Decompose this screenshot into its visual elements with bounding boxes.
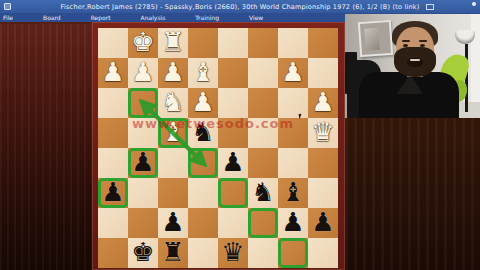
piece-white-p-f2[interactable]: ♟ (158, 58, 188, 88)
piece-black-p-g5[interactable]: ♟ (128, 148, 158, 178)
square-e5[interactable] (188, 148, 218, 178)
square-c6[interactable]: ♞ (248, 178, 278, 208)
eyebrow-right (419, 40, 427, 42)
menu-board[interactable]: Board (43, 14, 61, 21)
square-g5[interactable]: ♟ (128, 148, 158, 178)
piece-black-p-b7[interactable]: ♟ (278, 208, 308, 238)
wall-picture-frame (358, 20, 393, 57)
square-b5[interactable] (278, 148, 308, 178)
square-e1[interactable] (188, 28, 218, 58)
square-b1[interactable] (278, 28, 308, 58)
piece-white-b-e2[interactable]: ♝ (188, 58, 218, 88)
restore-window-button[interactable] (426, 4, 434, 10)
square-d2[interactable] (218, 58, 248, 88)
square-a5[interactable] (308, 148, 338, 178)
piece-black-p-f7[interactable]: ♟ (158, 208, 188, 238)
square-c4[interactable] (248, 118, 278, 148)
piece-black-p-a7[interactable]: ♟ (308, 208, 338, 238)
wood-background-left (0, 22, 92, 270)
piece-white-p-g2[interactable]: ♟ (128, 58, 158, 88)
webcam-video (345, 14, 480, 118)
highlight-g3 (128, 88, 158, 118)
square-b4[interactable] (278, 118, 308, 148)
picture-art (364, 28, 380, 51)
square-a4[interactable]: ♛ (308, 118, 338, 148)
square-e3[interactable]: ♟ (188, 88, 218, 118)
square-f2[interactable]: ♟ (158, 58, 188, 88)
square-g8[interactable]: ♚ (128, 238, 158, 268)
piece-black-r-f8[interactable]: ♜ (158, 238, 188, 268)
square-g3[interactable] (128, 88, 158, 118)
piece-white-p-h2[interactable]: ♟ (98, 58, 128, 88)
square-h4[interactable] (98, 118, 128, 148)
square-h6[interactable]: ♟ (98, 178, 128, 208)
app-icon (4, 3, 11, 10)
square-b3[interactable] (278, 88, 308, 118)
square-f1[interactable]: ♜ (158, 28, 188, 58)
screenshot-root: Fischer,Robert James (2785) - Spassky,Bo… (0, 0, 480, 270)
piece-black-k-g8[interactable]: ♚ (128, 238, 158, 268)
square-f7[interactable]: ♟ (158, 208, 188, 238)
square-d7[interactable] (218, 208, 248, 238)
menu-file[interactable]: File (3, 14, 13, 21)
radiator (457, 102, 480, 118)
piece-white-n-f3[interactable]: ♞ (158, 88, 188, 118)
square-a8[interactable] (308, 238, 338, 268)
bright-window (471, 14, 480, 110)
highlight-c7 (248, 208, 278, 238)
piece-black-n-c6[interactable]: ♞ (248, 178, 278, 208)
square-f6[interactable] (158, 178, 188, 208)
square-d3[interactable] (218, 88, 248, 118)
piece-white-b-f4[interactable]: ♝ (158, 118, 188, 148)
square-b2[interactable]: ♟ (278, 58, 308, 88)
streamer-teeth (410, 59, 420, 61)
square-c3[interactable] (248, 88, 278, 118)
square-e7[interactable] (188, 208, 218, 238)
square-b6[interactable]: ♝ (278, 178, 308, 208)
menu-view[interactable]: View (249, 14, 263, 21)
square-e4[interactable]: ♞ (188, 118, 218, 148)
piece-white-p-e3[interactable]: ♟ (188, 88, 218, 118)
square-a7[interactable]: ♟ (308, 208, 338, 238)
square-h7[interactable] (98, 208, 128, 238)
square-a2[interactable] (308, 58, 338, 88)
piece-black-q-d8[interactable]: ♛ (218, 238, 248, 268)
menu-training[interactable]: Training (195, 14, 219, 21)
menu-analysis[interactable]: Analysis (141, 14, 166, 21)
square-h1[interactable] (98, 28, 128, 58)
square-c7[interactable] (248, 208, 278, 238)
square-c8[interactable] (248, 238, 278, 268)
square-b7[interactable]: ♟ (278, 208, 308, 238)
square-f8[interactable]: ♜ (158, 238, 188, 268)
square-b8[interactable] (278, 238, 308, 268)
square-f3[interactable]: ♞ (158, 88, 188, 118)
window-title: Fischer,Robert James (2785) - Spassky,Bo… (61, 3, 420, 11)
close-window-button[interactable] (472, 2, 476, 6)
piece-white-p-b2[interactable]: ♟ (278, 58, 308, 88)
square-g7[interactable] (128, 208, 158, 238)
square-a6[interactable] (308, 178, 338, 208)
highlight-b8 (278, 238, 308, 268)
square-c2[interactable] (248, 58, 278, 88)
chess-board[interactable]: ♚♜♟♟♟♝♟♞♟♟♝♞♛♟♟♟♞♝♟♟♟♚♜♛ (98, 28, 338, 268)
square-g6[interactable] (128, 178, 158, 208)
square-c1[interactable] (248, 28, 278, 58)
square-h5[interactable] (98, 148, 128, 178)
piece-white-k-g1[interactable]: ♚ (128, 28, 158, 58)
board-frame: ♚♜♟♟♟♝♟♞♟♟♝♞♛♟♟♟♞♝♟♟♟♚♜♛ www.etwesodo.co… (92, 22, 345, 270)
square-f4[interactable]: ♝ (158, 118, 188, 148)
square-c5[interactable] (248, 148, 278, 178)
square-d5[interactable]: ♟ (218, 148, 248, 178)
piece-white-q-a4[interactable]: ♛ (308, 118, 338, 148)
highlight-d6 (218, 178, 248, 208)
piece-black-n-e4[interactable]: ♞ (188, 118, 218, 148)
square-g2[interactable]: ♟ (128, 58, 158, 88)
square-h8[interactable] (98, 238, 128, 268)
square-e2[interactable]: ♝ (188, 58, 218, 88)
piece-white-r-f1[interactable]: ♜ (158, 28, 188, 58)
title-bar: Fischer,Robert James (2785) - Spassky,Bo… (0, 0, 480, 13)
square-g4[interactable] (128, 118, 158, 148)
square-h3[interactable] (98, 88, 128, 118)
square-d1[interactable] (218, 28, 248, 58)
square-h2[interactable]: ♟ (98, 58, 128, 88)
square-e6[interactable] (188, 178, 218, 208)
square-d4[interactable] (218, 118, 248, 148)
square-a3[interactable]: ♟ (308, 88, 338, 118)
square-a1[interactable] (308, 28, 338, 58)
piece-black-p-d5[interactable]: ♟ (218, 148, 248, 178)
piece-black-b-b6[interactable]: ♝ (278, 178, 308, 208)
square-g1[interactable]: ♚ (128, 28, 158, 58)
highlight-e5 (188, 148, 218, 178)
menu-report[interactable]: Report (91, 14, 111, 21)
square-d8[interactable]: ♛ (218, 238, 248, 268)
piece-white-p-a3[interactable]: ♟ (308, 88, 338, 118)
piece-black-p-h6[interactable]: ♟ (98, 178, 128, 208)
square-e8[interactable] (188, 238, 218, 268)
square-d6[interactable] (218, 178, 248, 208)
eyebrow-left (402, 40, 410, 42)
square-f5[interactable] (158, 148, 188, 178)
